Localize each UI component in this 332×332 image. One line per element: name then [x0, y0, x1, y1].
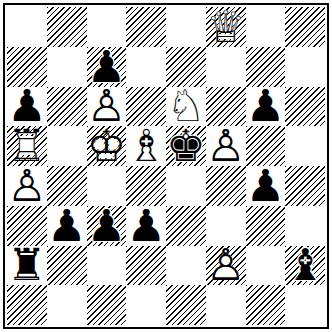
square-d7[interactable] [126, 47, 166, 87]
piece-fill-glyph: ♟ [47, 206, 87, 246]
piece-fill-glyph: ♟ [246, 87, 286, 127]
square-g8[interactable] [246, 7, 286, 47]
piece-fill-glyph: ♚ [166, 126, 206, 166]
piece-outline-glyph: ♙ [206, 246, 246, 286]
black-rook[interactable]: ♜ [7, 246, 47, 286]
black-king[interactable]: ♚ [166, 126, 206, 166]
square-g3[interactable] [246, 206, 286, 246]
square-h1[interactable] [285, 285, 325, 325]
board-frame: ♛♕♟♟♟♙♞♘♟♜♖♚♔♝♗♚♟♙♟♙♟♟♟♟♜♟♙♝ [3, 3, 329, 329]
piece-outline-glyph: ♕ [206, 7, 246, 47]
square-c1[interactable] [87, 285, 127, 325]
square-h4[interactable] [285, 166, 325, 206]
square-g1[interactable] [246, 285, 286, 325]
square-d3[interactable]: ♟ [126, 206, 166, 246]
white-queen[interactable]: ♛♕ [206, 7, 246, 47]
black-pawn[interactable]: ♟ [47, 206, 87, 246]
white-king[interactable]: ♚♔ [87, 126, 127, 166]
square-e8[interactable] [166, 7, 206, 47]
square-h6[interactable] [285, 87, 325, 127]
square-g2[interactable] [246, 246, 286, 286]
black-pawn[interactable]: ♟ [246, 87, 286, 127]
square-a1[interactable] [7, 285, 47, 325]
black-pawn[interactable]: ♟ [126, 206, 166, 246]
square-c2[interactable] [87, 246, 127, 286]
square-b1[interactable] [47, 285, 87, 325]
piece-outline-glyph: ♙ [206, 126, 246, 166]
square-b2[interactable] [47, 246, 87, 286]
piece-fill-glyph: ♟ [246, 166, 286, 206]
square-d1[interactable] [126, 285, 166, 325]
piece-fill-glyph: ♟ [87, 206, 127, 246]
square-f1[interactable] [206, 285, 246, 325]
white-pawn[interactable]: ♟♙ [7, 166, 47, 206]
white-bishop[interactable]: ♝♗ [126, 126, 166, 166]
white-pawn[interactable]: ♟♙ [206, 126, 246, 166]
square-b6[interactable] [47, 87, 87, 127]
square-e5[interactable]: ♚ [166, 126, 206, 166]
square-b5[interactable] [47, 126, 87, 166]
chess-board: ♛♕♟♟♟♙♞♘♟♜♖♚♔♝♗♚♟♙♟♙♟♟♟♟♜♟♙♝ [7, 7, 325, 325]
square-d8[interactable] [126, 7, 166, 47]
square-f7[interactable] [206, 47, 246, 87]
black-pawn[interactable]: ♟ [87, 206, 127, 246]
square-e3[interactable] [166, 206, 206, 246]
square-f5[interactable]: ♟♙ [206, 126, 246, 166]
square-a2[interactable]: ♜ [7, 246, 47, 286]
piece-fill-glyph: ♜ [7, 246, 47, 286]
square-f2[interactable]: ♟♙ [206, 246, 246, 286]
square-c5[interactable]: ♚♔ [87, 126, 127, 166]
piece-outline-glyph: ♔ [87, 126, 127, 166]
piece-fill-glyph: ♟ [126, 206, 166, 246]
square-b8[interactable] [47, 7, 87, 47]
white-pawn[interactable]: ♟♙ [206, 246, 246, 286]
square-b3[interactable]: ♟ [47, 206, 87, 246]
square-c3[interactable]: ♟ [87, 206, 127, 246]
square-a8[interactable] [7, 7, 47, 47]
square-g6[interactable]: ♟ [246, 87, 286, 127]
piece-outline-glyph: ♙ [7, 166, 47, 206]
square-e2[interactable] [166, 246, 206, 286]
square-g4[interactable]: ♟ [246, 166, 286, 206]
black-pawn[interactable]: ♟ [246, 166, 286, 206]
chess-diagram-page: ♛♕♟♟♟♙♞♘♟♜♖♚♔♝♗♚♟♙♟♙♟♟♟♟♜♟♙♝ [0, 0, 332, 332]
piece-fill-glyph: ♝ [285, 246, 325, 286]
square-f4[interactable] [206, 166, 246, 206]
piece-outline-glyph: ♗ [126, 126, 166, 166]
square-a4[interactable]: ♟♙ [7, 166, 47, 206]
square-e1[interactable] [166, 285, 206, 325]
square-h8[interactable] [285, 7, 325, 47]
black-bishop[interactable]: ♝ [285, 246, 325, 286]
square-b7[interactable] [47, 47, 87, 87]
square-d2[interactable] [126, 246, 166, 286]
square-d5[interactable]: ♝♗ [126, 126, 166, 166]
square-h2[interactable]: ♝ [285, 246, 325, 286]
square-h5[interactable] [285, 126, 325, 166]
square-e4[interactable] [166, 166, 206, 206]
square-f8[interactable]: ♛♕ [206, 7, 246, 47]
square-h7[interactable] [285, 47, 325, 87]
